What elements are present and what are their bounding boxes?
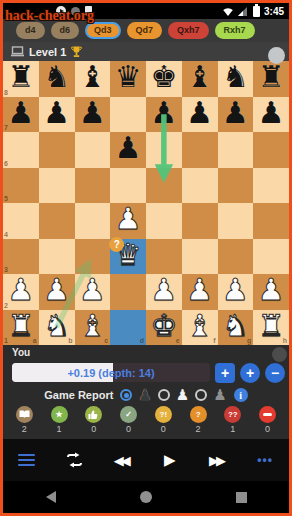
play-button[interactable]: ▶	[158, 451, 182, 469]
square-c2[interactable]: ♟	[75, 274, 111, 310]
square-d4[interactable]: ♟	[110, 203, 146, 239]
white-knight[interactable]: ♞	[43, 311, 70, 341]
square-g2[interactable]: ♟	[218, 274, 254, 310]
good-move-icon	[85, 406, 102, 423]
white-king[interactable]: ♚	[150, 311, 177, 341]
square-f7[interactable]: ♟	[182, 97, 218, 133]
black-pawn[interactable]: ♟	[150, 98, 177, 128]
square-e1[interactable]: ♚e	[146, 310, 182, 346]
book-move-icon	[16, 406, 33, 423]
report-filter-radio-white-pawn[interactable]	[158, 389, 170, 401]
black-pawn[interactable]: ♟	[222, 98, 249, 128]
player-label: You	[12, 347, 30, 358]
info-button[interactable]: i	[234, 388, 248, 402]
fast-forward-button[interactable]: ▶▶	[205, 453, 229, 468]
computer-icon	[11, 46, 24, 57]
blunder-count: 1	[230, 424, 235, 434]
white-pawn[interactable]: ♟	[115, 204, 142, 234]
square-f6[interactable]	[182, 132, 218, 168]
report-filter-radio-black-pawn[interactable]	[120, 389, 132, 401]
black-king[interactable]: ♚	[150, 62, 177, 92]
eval-row: +0.19 (depth: 14) ++−	[3, 360, 289, 385]
square-h6[interactable]	[253, 132, 289, 168]
square-e6[interactable]	[146, 132, 182, 168]
black-pawn[interactable]: ♟	[186, 98, 213, 128]
player-row: You	[3, 345, 289, 360]
white-bishop[interactable]: ♝	[79, 311, 106, 341]
battery-icon	[253, 6, 260, 17]
file-label-f: f	[213, 337, 215, 344]
white-pawn[interactable]: ♟	[186, 275, 213, 305]
badge-col-ok-move: ✓0	[111, 406, 146, 439]
black-knight[interactable]: ♞	[222, 62, 249, 92]
badge-col-missed-win: 0	[250, 406, 285, 439]
good-move-count: 0	[91, 424, 96, 434]
inaccuracy-icon: ?!	[155, 406, 172, 423]
square-a3[interactable]: 3	[3, 239, 39, 275]
file-label-b: b	[68, 337, 72, 344]
eval-text: +0.19 (depth: 14)	[12, 363, 210, 382]
square-c6[interactable]	[75, 132, 111, 168]
wifi-icon	[222, 6, 234, 17]
square-g4[interactable]	[218, 203, 254, 239]
white-rook[interactable]: ♜	[7, 311, 34, 341]
square-g6[interactable]	[218, 132, 254, 168]
square-g5[interactable]	[218, 168, 254, 204]
square-a6[interactable]: 6	[3, 132, 39, 168]
square-b5[interactable]	[39, 168, 75, 204]
square-d2[interactable]	[110, 274, 146, 310]
file-label-c: c	[104, 337, 108, 344]
add-line-button[interactable]: +	[215, 363, 235, 383]
side-to-move-indicator[interactable]	[268, 47, 285, 64]
game-report-title: Game Report	[44, 389, 113, 401]
black-rook[interactable]: ♜	[258, 62, 285, 92]
move-chip-Rxh7[interactable]: Rxh7	[215, 22, 255, 39]
white-pawn[interactable]: ♟	[7, 275, 34, 305]
level-bar: Level 1	[3, 42, 289, 61]
square-c1[interactable]: ♝c	[75, 310, 111, 346]
move-chip-Qd7[interactable]: Qd7	[127, 22, 163, 39]
square-e7[interactable]: ♟	[146, 97, 182, 133]
playback-controls: ◀◀ ▶ ▶▶ •••	[3, 439, 289, 481]
nav-back-button[interactable]	[3, 491, 98, 503]
square-h4[interactable]	[253, 203, 289, 239]
square-h8[interactable]: ♜	[253, 61, 289, 97]
black-rook[interactable]: ♜	[7, 62, 34, 92]
black-pawn[interactable]: ♟	[258, 98, 285, 128]
rank-label-4: 4	[4, 231, 8, 238]
square-b1[interactable]: ♞b	[39, 310, 75, 346]
ok-move-icon: ✓	[120, 406, 137, 423]
square-b7[interactable]: ♟	[39, 97, 75, 133]
watermark-text: hack-cheat.org	[5, 8, 94, 24]
recents-icon	[236, 492, 247, 503]
ok-move-count: 0	[126, 424, 131, 434]
square-g8[interactable]: ♞	[218, 61, 254, 97]
file-label-h: h	[283, 337, 287, 344]
white-bishop[interactable]: ♝	[186, 311, 213, 341]
fast-forward-icon: ▶▶	[209, 453, 226, 468]
square-e4[interactable]	[146, 203, 182, 239]
rewind-icon: ◀◀	[114, 453, 131, 468]
play-icon: ▶	[164, 451, 176, 469]
more-icon: •••	[257, 453, 273, 467]
square-f8[interactable]: ♝	[182, 61, 218, 97]
missed-win-count: 0	[265, 424, 270, 434]
app-screen: hack-cheat.org 3:45 d4d6Qd3Qd7Qxh7Rxh7 L…	[0, 0, 292, 516]
square-b6[interactable]	[39, 132, 75, 168]
game-report-row: Game Report ♟♟♟ i	[3, 385, 289, 405]
move-quality-badges: 2★10✓0?!0?2??10	[3, 405, 289, 439]
rank-label-7: 7	[4, 124, 8, 131]
nav-home-button[interactable]	[98, 491, 193, 503]
badge-col-best-move: ★1	[42, 406, 77, 439]
square-h5[interactable]	[253, 168, 289, 204]
home-icon	[140, 491, 152, 503]
rewind-button[interactable]: ◀◀	[110, 453, 134, 468]
white-pawn[interactable]: ♟	[79, 275, 106, 305]
square-d1[interactable]: d	[110, 310, 146, 346]
black-bishop[interactable]: ♝	[79, 62, 106, 92]
increase-button[interactable]: +	[240, 363, 260, 383]
square-g7[interactable]: ♟	[218, 97, 254, 133]
square-d7[interactable]	[110, 97, 146, 133]
square-e5[interactable]	[146, 168, 182, 204]
square-b4[interactable]	[39, 203, 75, 239]
square-a7[interactable]: ♟7	[3, 97, 39, 133]
square-e8[interactable]: ♚	[146, 61, 182, 97]
book-move-count: 2	[22, 424, 27, 434]
level-label: Level 1	[29, 46, 66, 58]
square-f3[interactable]	[182, 239, 218, 275]
white-pawn[interactable]: ♟	[258, 275, 285, 305]
file-label-e: e	[176, 337, 180, 344]
square-g1[interactable]: ♞g	[218, 310, 254, 346]
rank-label-6: 6	[4, 160, 8, 167]
best-move-count: 1	[57, 424, 62, 434]
flip-repeat-button[interactable]	[62, 452, 86, 468]
square-f1[interactable]: ♝f	[182, 310, 218, 346]
menu-button[interactable]	[15, 454, 39, 467]
square-e3[interactable]	[146, 239, 182, 275]
trophy-icon	[71, 46, 82, 58]
signal-icon	[238, 6, 248, 17]
square-h2[interactable]: ♟	[253, 274, 289, 310]
move-chip-d6[interactable]: d6	[51, 22, 80, 39]
blunder-icon: ??	[224, 406, 241, 423]
white-pawn[interactable]: ♟	[43, 275, 70, 305]
square-c4[interactable]	[75, 203, 111, 239]
mistake-icon: ?	[190, 406, 207, 423]
black-pawn[interactable]: ♟	[43, 98, 70, 128]
report-filter-radio-gray-pawn[interactable]	[195, 389, 207, 401]
file-label-d: d	[140, 337, 144, 344]
square-c3[interactable]	[75, 239, 111, 275]
rank-label-1: 1	[4, 337, 8, 344]
square-c8[interactable]: ♝	[75, 61, 111, 97]
black-bishop[interactable]: ♝	[186, 62, 213, 92]
black-pawn[interactable]: ♟	[115, 133, 142, 163]
square-a1[interactable]: ♜1a	[3, 310, 39, 346]
move-chip-Qxh7[interactable]: Qxh7	[168, 22, 209, 39]
square-h1[interactable]: ♜h	[253, 310, 289, 346]
square-d8[interactable]: ♛	[110, 61, 146, 97]
white-pawn[interactable]: ♟	[222, 275, 249, 305]
black-pawn-icon: ♟	[138, 388, 151, 403]
badge-col-good-move: 0	[77, 406, 112, 439]
move-chip-d4[interactable]: d4	[16, 22, 45, 39]
mistake-count: 2	[196, 424, 201, 434]
square-f2[interactable]: ♟	[182, 274, 218, 310]
square-f4[interactable]	[182, 203, 218, 239]
square-h7[interactable]: ♟	[253, 97, 289, 133]
square-a4[interactable]: 4	[3, 203, 39, 239]
file-label-g: g	[247, 337, 251, 344]
status-time: 3:45	[264, 6, 284, 17]
square-e2[interactable]: ♟	[146, 274, 182, 310]
rank-label-5: 5	[4, 195, 8, 202]
white-knight[interactable]: ♞	[222, 311, 249, 341]
white-rook[interactable]: ♜	[258, 311, 285, 341]
square-c7[interactable]: ♟	[75, 97, 111, 133]
repeat-icon	[64, 452, 85, 468]
square-b8[interactable]: ♞	[39, 61, 75, 97]
gray-pawn-icon: ♟	[213, 388, 226, 403]
badge-col-inaccuracy: ?!0	[146, 406, 181, 439]
square-c5[interactable]	[75, 168, 111, 204]
board-area: ♜8♞♝♛♚♝♞♜♟7♟♟♟♟♟♟6♟54♟3♛?♟2♟♟♟♟♟♟♜1a♞b♝c…	[3, 61, 289, 345]
android-nav-bar	[3, 481, 289, 513]
black-queen[interactable]: ♛	[115, 62, 142, 92]
best-move-icon: ★	[51, 406, 68, 423]
badge-col-blunder: ??1	[216, 406, 251, 439]
inaccuracy-count: 0	[161, 424, 166, 434]
square-b2[interactable]: ♟	[39, 274, 75, 310]
square-d6[interactable]: ♟	[110, 132, 146, 168]
black-knight[interactable]: ♞	[43, 62, 70, 92]
white-pawn[interactable]: ♟	[150, 275, 177, 305]
square-h3[interactable]	[253, 239, 289, 275]
black-pawn[interactable]: ♟	[79, 98, 106, 128]
square-d5[interactable]	[110, 168, 146, 204]
decrease-button[interactable]: −	[265, 363, 285, 383]
square-a2[interactable]: ♟2	[3, 274, 39, 310]
square-d3[interactable]: ♛?	[110, 239, 146, 275]
square-a5[interactable]: 5	[3, 168, 39, 204]
badge-col-book-move: 2	[7, 406, 42, 439]
eval-buttons: ++−	[215, 363, 285, 383]
white-pawn-icon: ♟	[176, 388, 189, 403]
missed-win-icon	[259, 406, 276, 423]
ghost-circle	[272, 347, 287, 362]
square-f5[interactable]	[182, 168, 218, 204]
square-a8[interactable]: ♜8	[3, 61, 39, 97]
more-button[interactable]: •••	[253, 453, 277, 467]
square-b3[interactable]	[39, 239, 75, 275]
move-quality-badge: ?	[109, 237, 124, 252]
badge-col-mistake: ?2	[181, 406, 216, 439]
square-g3[interactable]	[218, 239, 254, 275]
back-icon	[46, 491, 56, 503]
file-label-a: a	[33, 337, 37, 344]
eval-bar: +0.19 (depth: 14)	[12, 363, 210, 382]
move-chip-Qd3[interactable]: Qd3	[85, 22, 121, 39]
nav-recents-button[interactable]	[194, 492, 289, 503]
chess-board: ♜8♞♝♛♚♝♞♜♟7♟♟♟♟♟♟6♟54♟3♛?♟2♟♟♟♟♟♟♜1a♞b♝c…	[3, 61, 289, 345]
black-pawn[interactable]: ♟	[7, 98, 34, 128]
